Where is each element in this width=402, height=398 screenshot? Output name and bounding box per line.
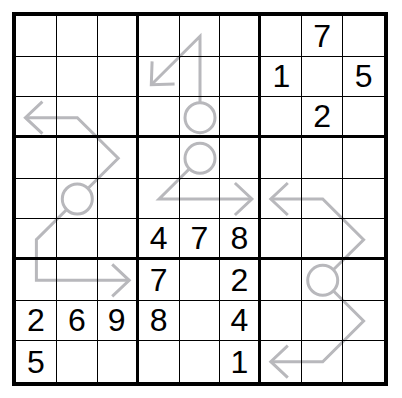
cell-r1c1[interactable] [16,16,57,57]
cell-r2c8[interactable] [302,57,343,98]
cell-r5c3[interactable] [98,179,139,220]
cell-r7c4[interactable]: 7 [139,260,180,301]
given-digit: 6 [68,304,86,336]
sudoku-board: 7152478722698451 [12,12,388,386]
cell-r5c1[interactable] [16,179,57,220]
cell-r5c5[interactable] [180,179,221,220]
given-digit: 8 [150,304,168,336]
given-digit: 5 [355,60,373,92]
cell-r7c6[interactable]: 2 [220,260,261,301]
cell-r5c7[interactable] [261,179,302,220]
cell-r2c3[interactable] [98,57,139,98]
cell-r2c2[interactable] [57,57,98,98]
cell-r8c3[interactable]: 9 [98,301,139,342]
cell-r6c4[interactable]: 4 [139,219,180,260]
cell-r7c1[interactable] [16,260,57,301]
cell-r6c9[interactable] [343,219,384,260]
cell-r7c3[interactable] [98,260,139,301]
cell-r9c6[interactable]: 1 [220,341,261,382]
cell-r4c3[interactable] [98,138,139,179]
cell-r4c7[interactable] [261,138,302,179]
cell-r3c7[interactable] [261,97,302,138]
cell-r9c5[interactable] [180,341,221,382]
given-digit: 2 [27,304,45,336]
cell-r2c6[interactable] [220,57,261,98]
cell-r1c4[interactable] [139,16,180,57]
given-digit: 8 [230,222,248,254]
cell-r7c7[interactable] [261,260,302,301]
cell-r5c9[interactable] [343,179,384,220]
cell-r4c4[interactable] [139,138,180,179]
cell-r8c4[interactable]: 8 [139,301,180,342]
cell-r2c7[interactable]: 1 [261,57,302,98]
cell-r1c8[interactable]: 7 [302,16,343,57]
cell-r8c2[interactable]: 6 [57,301,98,342]
cell-r9c2[interactable] [57,341,98,382]
cell-r4c1[interactable] [16,138,57,179]
cell-r7c2[interactable] [57,260,98,301]
cell-r8c9[interactable] [343,301,384,342]
cell-r4c8[interactable] [302,138,343,179]
cell-r8c5[interactable] [180,301,221,342]
cell-r3c4[interactable] [139,97,180,138]
cell-r3c2[interactable] [57,97,98,138]
cell-r2c5[interactable] [180,57,221,98]
cell-r7c8[interactable] [302,260,343,301]
cell-r7c5[interactable] [180,260,221,301]
cell-r5c6[interactable] [220,179,261,220]
cell-r4c9[interactable] [343,138,384,179]
cell-r6c7[interactable] [261,219,302,260]
cell-r3c9[interactable] [343,97,384,138]
given-digit: 2 [313,100,331,132]
given-digit: 1 [272,60,290,92]
cell-r3c1[interactable] [16,97,57,138]
cell-r4c6[interactable] [220,138,261,179]
cell-r4c5[interactable] [180,138,221,179]
given-digit: 4 [150,222,168,254]
cell-r6c3[interactable] [98,219,139,260]
cell-r7c9[interactable] [343,260,384,301]
cell-r3c6[interactable] [220,97,261,138]
cell-r2c9[interactable]: 5 [343,57,384,98]
cell-r1c6[interactable] [220,16,261,57]
cell-r9c3[interactable] [98,341,139,382]
cell-r9c7[interactable] [261,341,302,382]
cell-r9c1[interactable]: 5 [16,341,57,382]
cell-r1c2[interactable] [57,16,98,57]
cell-r8c7[interactable] [261,301,302,342]
cell-r6c8[interactable] [302,219,343,260]
cell-r1c5[interactable] [180,16,221,57]
cell-r1c9[interactable] [343,16,384,57]
cell-r6c1[interactable] [16,219,57,260]
given-digit: 1 [230,346,248,378]
cell-r2c1[interactable] [16,57,57,98]
given-digit: 7 [191,222,209,254]
given-digit: 9 [108,304,126,336]
given-digit: 7 [150,264,168,296]
given-digit: 7 [313,20,331,52]
cell-r8c1[interactable]: 2 [16,301,57,342]
cell-r9c4[interactable] [139,341,180,382]
cell-r5c2[interactable] [57,179,98,220]
cell-r9c9[interactable] [343,341,384,382]
cell-r2c4[interactable] [139,57,180,98]
given-digit: 4 [230,304,248,336]
cell-r4c2[interactable] [57,138,98,179]
cell-r8c8[interactable] [302,301,343,342]
given-digit: 5 [27,346,45,378]
cell-r8c6[interactable]: 4 [220,301,261,342]
cell-r3c5[interactable] [180,97,221,138]
cell-r1c3[interactable] [98,16,139,57]
given-digit: 2 [230,264,248,296]
cell-r6c2[interactable] [57,219,98,260]
cell-r1c7[interactable] [261,16,302,57]
cell-r6c6[interactable]: 8 [220,219,261,260]
cell-r6c5[interactable]: 7 [180,219,221,260]
cell-r3c3[interactable] [98,97,139,138]
cell-r5c8[interactable] [302,179,343,220]
cell-r3c8[interactable]: 2 [302,97,343,138]
cell-r5c4[interactable] [139,179,180,220]
cell-r9c8[interactable] [302,341,343,382]
